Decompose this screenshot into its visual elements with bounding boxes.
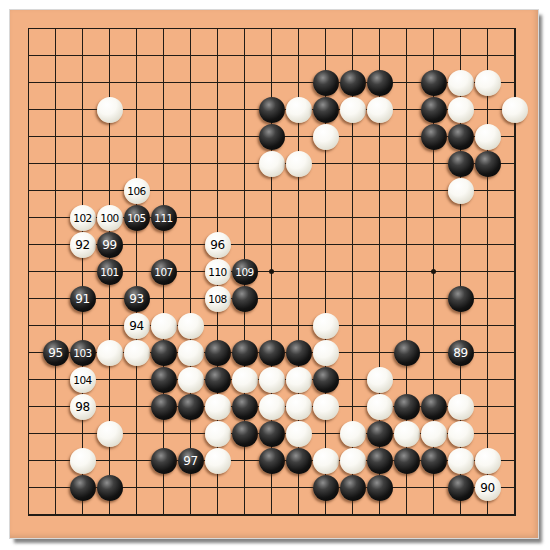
intersection-1-5[interactable] [42,150,69,177]
intersection-1-11[interactable] [42,312,69,339]
intersection-2-3[interactable] [69,96,96,123]
intersection-9-17[interactable] [258,474,285,501]
intersection-0-10[interactable] [15,285,42,312]
intersection-8-13[interactable] [231,366,258,393]
intersection-4-11[interactable]: 94 [123,312,150,339]
intersection-18-8[interactable] [501,231,528,258]
intersection-12-0[interactable] [339,15,366,42]
intersection-0-3[interactable] [15,96,42,123]
intersection-13-13[interactable] [366,366,393,393]
intersection-14-3[interactable] [393,96,420,123]
intersection-2-15[interactable] [69,420,96,447]
intersection-12-17[interactable] [339,474,366,501]
intersection-13-7[interactable] [366,204,393,231]
intersection-15-18[interactable] [420,501,447,528]
intersection-2-0[interactable] [69,15,96,42]
intersection-0-15[interactable] [15,420,42,447]
intersection-16-10[interactable] [447,285,474,312]
intersection-8-5[interactable] [231,150,258,177]
intersection-2-2[interactable] [69,69,96,96]
intersection-12-13[interactable] [339,366,366,393]
intersection-18-9[interactable] [501,258,528,285]
intersection-4-4[interactable] [123,123,150,150]
intersection-6-14[interactable] [177,393,204,420]
intersection-14-12[interactable] [393,339,420,366]
intersection-16-18[interactable] [447,501,474,528]
intersection-2-13[interactable]: 104 [69,366,96,393]
intersection-1-3[interactable] [42,96,69,123]
intersection-17-11[interactable] [474,312,501,339]
intersection-3-13[interactable] [96,366,123,393]
intersection-7-6[interactable] [204,177,231,204]
intersection-7-14[interactable] [204,393,231,420]
intersection-13-2[interactable] [366,69,393,96]
intersection-1-0[interactable] [42,15,69,42]
intersection-3-7[interactable]: 100 [96,204,123,231]
intersection-12-6[interactable] [339,177,366,204]
intersection-15-8[interactable] [420,231,447,258]
intersection-10-12[interactable] [285,339,312,366]
intersection-14-5[interactable] [393,150,420,177]
intersection-2-10[interactable]: 91 [69,285,96,312]
intersection-11-11[interactable] [312,312,339,339]
intersection-9-12[interactable] [258,339,285,366]
intersection-16-14[interactable] [447,393,474,420]
intersection-17-7[interactable] [474,204,501,231]
intersection-10-11[interactable] [285,312,312,339]
intersection-2-5[interactable] [69,150,96,177]
intersection-17-10[interactable] [474,285,501,312]
intersection-15-1[interactable] [420,42,447,69]
intersection-11-13[interactable] [312,366,339,393]
intersection-7-16[interactable] [204,447,231,474]
intersection-14-15[interactable] [393,420,420,447]
intersection-12-15[interactable] [339,420,366,447]
intersection-8-2[interactable] [231,69,258,96]
intersection-15-4[interactable] [420,123,447,150]
intersection-7-11[interactable] [204,312,231,339]
intersection-0-0[interactable] [15,15,42,42]
intersection-7-0[interactable] [204,15,231,42]
intersection-17-4[interactable] [474,123,501,150]
intersection-4-16[interactable] [123,447,150,474]
intersection-0-6[interactable] [15,177,42,204]
intersection-14-14[interactable] [393,393,420,420]
intersection-2-8[interactable]: 92 [69,231,96,258]
intersection-4-0[interactable] [123,15,150,42]
intersection-18-11[interactable] [501,312,528,339]
intersection-0-16[interactable] [15,447,42,474]
intersection-3-5[interactable] [96,150,123,177]
intersection-5-15[interactable] [150,420,177,447]
intersection-11-6[interactable] [312,177,339,204]
intersection-1-17[interactable] [42,474,69,501]
intersection-6-0[interactable] [177,15,204,42]
intersection-8-1[interactable] [231,42,258,69]
intersection-4-8[interactable] [123,231,150,258]
intersection-4-15[interactable] [123,420,150,447]
intersection-14-9[interactable] [393,258,420,285]
intersection-18-6[interactable] [501,177,528,204]
intersection-0-5[interactable] [15,150,42,177]
intersection-15-15[interactable] [420,420,447,447]
intersection-4-2[interactable] [123,69,150,96]
intersection-13-12[interactable] [366,339,393,366]
intersection-12-18[interactable] [339,501,366,528]
intersection-8-4[interactable] [231,123,258,150]
intersection-18-3[interactable] [501,96,528,123]
intersection-13-6[interactable] [366,177,393,204]
intersection-11-5[interactable] [312,150,339,177]
intersection-9-4[interactable] [258,123,285,150]
intersection-16-0[interactable] [447,15,474,42]
intersection-13-0[interactable] [366,15,393,42]
intersection-16-5[interactable] [447,150,474,177]
intersection-8-0[interactable] [231,15,258,42]
intersection-10-14[interactable] [285,393,312,420]
intersection-14-7[interactable] [393,204,420,231]
intersection-6-11[interactable] [177,312,204,339]
intersection-9-8[interactable] [258,231,285,258]
intersection-3-3[interactable] [96,96,123,123]
intersection-6-15[interactable] [177,420,204,447]
intersection-16-16[interactable] [447,447,474,474]
intersection-12-16[interactable] [339,447,366,474]
intersection-15-11[interactable] [420,312,447,339]
intersection-11-16[interactable] [312,447,339,474]
intersection-14-2[interactable] [393,69,420,96]
intersection-15-5[interactable] [420,150,447,177]
intersection-17-6[interactable] [474,177,501,204]
intersection-12-7[interactable] [339,204,366,231]
intersection-9-5[interactable] [258,150,285,177]
intersection-2-16[interactable] [69,447,96,474]
intersection-11-14[interactable] [312,393,339,420]
intersection-8-17[interactable] [231,474,258,501]
intersection-3-16[interactable] [96,447,123,474]
intersection-9-18[interactable] [258,501,285,528]
intersection-13-11[interactable] [366,312,393,339]
intersection-6-10[interactable] [177,285,204,312]
intersection-7-3[interactable] [204,96,231,123]
intersection-13-3[interactable] [366,96,393,123]
intersection-9-14[interactable] [258,393,285,420]
intersection-6-2[interactable] [177,69,204,96]
intersection-14-10[interactable] [393,285,420,312]
intersection-10-15[interactable] [285,420,312,447]
intersection-8-8[interactable] [231,231,258,258]
intersection-3-17[interactable] [96,474,123,501]
intersection-2-4[interactable] [69,123,96,150]
intersection-4-12[interactable] [123,339,150,366]
intersection-4-3[interactable] [123,96,150,123]
intersection-0-7[interactable] [15,204,42,231]
intersection-11-4[interactable] [312,123,339,150]
intersection-10-5[interactable] [285,150,312,177]
intersection-3-9[interactable]: 101 [96,258,123,285]
intersection-6-13[interactable] [177,366,204,393]
intersection-6-6[interactable] [177,177,204,204]
intersection-8-3[interactable] [231,96,258,123]
intersection-17-13[interactable] [474,366,501,393]
intersection-15-2[interactable] [420,69,447,96]
intersection-7-12[interactable] [204,339,231,366]
intersection-9-2[interactable] [258,69,285,96]
intersection-14-11[interactable] [393,312,420,339]
intersection-3-8[interactable]: 99 [96,231,123,258]
intersection-16-1[interactable] [447,42,474,69]
intersection-1-4[interactable] [42,123,69,150]
intersection-16-11[interactable] [447,312,474,339]
intersection-0-4[interactable] [15,123,42,150]
intersection-15-0[interactable] [420,15,447,42]
intersection-0-17[interactable] [15,474,42,501]
intersection-16-8[interactable] [447,231,474,258]
intersection-5-16[interactable] [150,447,177,474]
intersection-14-4[interactable] [393,123,420,150]
intersection-15-12[interactable] [420,339,447,366]
intersection-5-9[interactable]: 107 [150,258,177,285]
intersection-3-12[interactable] [96,339,123,366]
intersection-5-8[interactable] [150,231,177,258]
intersection-3-10[interactable] [96,285,123,312]
intersection-16-17[interactable] [447,474,474,501]
intersection-15-3[interactable] [420,96,447,123]
intersection-11-3[interactable] [312,96,339,123]
intersection-9-10[interactable] [258,285,285,312]
intersection-12-3[interactable] [339,96,366,123]
intersection-7-5[interactable] [204,150,231,177]
intersection-16-6[interactable] [447,177,474,204]
intersection-17-14[interactable] [474,393,501,420]
intersection-2-6[interactable] [69,177,96,204]
intersection-5-2[interactable] [150,69,177,96]
intersection-4-7[interactable]: 105 [123,204,150,231]
intersection-14-17[interactable] [393,474,420,501]
intersection-4-6[interactable]: 106 [123,177,150,204]
intersection-6-18[interactable] [177,501,204,528]
intersection-1-2[interactable] [42,69,69,96]
intersection-13-5[interactable] [366,150,393,177]
intersection-6-3[interactable] [177,96,204,123]
intersection-15-17[interactable] [420,474,447,501]
intersection-10-13[interactable] [285,366,312,393]
intersection-11-12[interactable] [312,339,339,366]
intersection-17-15[interactable] [474,420,501,447]
intersection-2-9[interactable] [69,258,96,285]
intersection-7-10[interactable]: 108 [204,285,231,312]
intersection-3-4[interactable] [96,123,123,150]
intersection-11-18[interactable] [312,501,339,528]
intersection-15-7[interactable] [420,204,447,231]
intersection-18-17[interactable] [501,474,528,501]
intersection-2-14[interactable]: 98 [69,393,96,420]
intersection-10-17[interactable] [285,474,312,501]
intersection-16-13[interactable] [447,366,474,393]
intersection-16-3[interactable] [447,96,474,123]
intersection-14-6[interactable] [393,177,420,204]
intersection-1-8[interactable] [42,231,69,258]
intersection-5-17[interactable] [150,474,177,501]
intersection-9-11[interactable] [258,312,285,339]
intersection-7-17[interactable] [204,474,231,501]
intersection-13-14[interactable] [366,393,393,420]
intersection-3-18[interactable] [96,501,123,528]
intersection-7-7[interactable] [204,204,231,231]
intersection-0-12[interactable] [15,339,42,366]
intersection-11-1[interactable] [312,42,339,69]
intersection-7-8[interactable]: 96 [204,231,231,258]
intersection-9-13[interactable] [258,366,285,393]
intersection-9-1[interactable] [258,42,285,69]
intersection-1-1[interactable] [42,42,69,69]
intersection-11-10[interactable] [312,285,339,312]
intersection-5-4[interactable] [150,123,177,150]
intersection-12-5[interactable] [339,150,366,177]
intersection-16-4[interactable] [447,123,474,150]
intersection-4-13[interactable] [123,366,150,393]
intersection-3-14[interactable] [96,393,123,420]
intersection-7-9[interactable]: 110 [204,258,231,285]
intersection-17-18[interactable] [474,501,501,528]
intersection-14-13[interactable] [393,366,420,393]
intersection-2-12[interactable]: 103 [69,339,96,366]
intersection-17-8[interactable] [474,231,501,258]
intersection-15-9[interactable] [420,258,447,285]
intersection-18-16[interactable] [501,447,528,474]
intersection-14-8[interactable] [393,231,420,258]
intersection-16-2[interactable] [447,69,474,96]
intersection-8-9[interactable]: 109 [231,258,258,285]
intersection-1-14[interactable] [42,393,69,420]
intersection-9-6[interactable] [258,177,285,204]
intersection-2-11[interactable] [69,312,96,339]
intersection-8-10[interactable] [231,285,258,312]
intersection-7-4[interactable] [204,123,231,150]
intersection-8-6[interactable] [231,177,258,204]
intersection-13-10[interactable] [366,285,393,312]
intersection-1-16[interactable] [42,447,69,474]
intersection-5-5[interactable] [150,150,177,177]
intersection-5-12[interactable] [150,339,177,366]
intersection-13-18[interactable] [366,501,393,528]
intersection-17-5[interactable] [474,150,501,177]
intersection-12-10[interactable] [339,285,366,312]
intersection-13-1[interactable] [366,42,393,69]
intersection-7-18[interactable] [204,501,231,528]
intersection-8-18[interactable] [231,501,258,528]
intersection-3-11[interactable] [96,312,123,339]
intersection-6-9[interactable] [177,258,204,285]
intersection-8-11[interactable] [231,312,258,339]
intersection-0-14[interactable] [15,393,42,420]
intersection-5-10[interactable] [150,285,177,312]
intersection-16-12[interactable]: 89 [447,339,474,366]
intersection-10-9[interactable] [285,258,312,285]
intersection-1-10[interactable] [42,285,69,312]
intersection-11-9[interactable] [312,258,339,285]
intersection-12-8[interactable] [339,231,366,258]
intersection-16-7[interactable] [447,204,474,231]
intersection-18-14[interactable] [501,393,528,420]
intersection-0-2[interactable] [15,69,42,96]
intersection-9-16[interactable] [258,447,285,474]
intersection-6-17[interactable] [177,474,204,501]
intersection-6-16[interactable]: 97 [177,447,204,474]
intersection-18-5[interactable] [501,150,528,177]
intersection-9-0[interactable] [258,15,285,42]
intersection-8-7[interactable] [231,204,258,231]
intersection-13-9[interactable] [366,258,393,285]
intersection-10-18[interactable] [285,501,312,528]
intersection-15-6[interactable] [420,177,447,204]
intersection-10-1[interactable] [285,42,312,69]
intersection-12-2[interactable] [339,69,366,96]
intersection-12-12[interactable] [339,339,366,366]
intersection-18-7[interactable] [501,204,528,231]
intersection-13-8[interactable] [366,231,393,258]
intersection-0-9[interactable] [15,258,42,285]
intersection-1-12[interactable]: 95 [42,339,69,366]
intersection-12-9[interactable] [339,258,366,285]
intersection-3-15[interactable] [96,420,123,447]
intersection-10-0[interactable] [285,15,312,42]
intersection-10-2[interactable] [285,69,312,96]
intersection-4-9[interactable] [123,258,150,285]
intersection-17-12[interactable] [474,339,501,366]
intersection-17-9[interactable] [474,258,501,285]
intersection-13-16[interactable] [366,447,393,474]
intersection-8-14[interactable] [231,393,258,420]
intersection-2-17[interactable] [69,474,96,501]
intersection-2-18[interactable] [69,501,96,528]
intersection-18-15[interactable] [501,420,528,447]
intersection-10-6[interactable] [285,177,312,204]
intersection-7-15[interactable] [204,420,231,447]
intersection-18-12[interactable] [501,339,528,366]
intersection-15-10[interactable] [420,285,447,312]
intersection-5-14[interactable] [150,393,177,420]
intersection-11-7[interactable] [312,204,339,231]
intersection-18-2[interactable] [501,69,528,96]
intersection-0-11[interactable] [15,312,42,339]
intersection-17-2[interactable] [474,69,501,96]
intersection-5-1[interactable] [150,42,177,69]
intersection-14-16[interactable] [393,447,420,474]
intersection-12-1[interactable] [339,42,366,69]
intersection-4-5[interactable] [123,150,150,177]
intersection-18-0[interactable] [501,15,528,42]
intersection-13-4[interactable] [366,123,393,150]
intersection-6-12[interactable] [177,339,204,366]
intersection-7-13[interactable] [204,366,231,393]
intersection-13-15[interactable] [366,420,393,447]
intersection-9-7[interactable] [258,204,285,231]
intersection-2-7[interactable]: 102 [69,204,96,231]
intersection-3-0[interactable] [96,15,123,42]
intersection-1-15[interactable] [42,420,69,447]
intersection-5-3[interactable] [150,96,177,123]
intersection-5-11[interactable] [150,312,177,339]
intersection-15-16[interactable] [420,447,447,474]
intersection-6-4[interactable] [177,123,204,150]
intersection-15-14[interactable] [420,393,447,420]
intersection-8-12[interactable] [231,339,258,366]
intersection-17-17[interactable]: 90 [474,474,501,501]
intersection-16-9[interactable] [447,258,474,285]
intersection-1-6[interactable] [42,177,69,204]
intersection-10-10[interactable] [285,285,312,312]
